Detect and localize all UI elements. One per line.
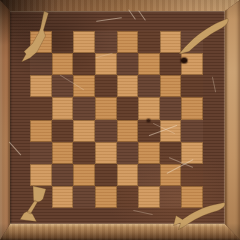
square-f4[interactable] — [138, 120, 160, 142]
square-e6[interactable] — [117, 75, 139, 97]
square-a5[interactable] — [30, 97, 52, 119]
wood-grain — [0, 0, 240, 11]
square-f7[interactable] — [138, 53, 160, 75]
square-e2[interactable] — [117, 164, 139, 186]
square-a4[interactable] — [30, 120, 52, 142]
square-b7[interactable] — [52, 53, 74, 75]
square-h5[interactable] — [181, 97, 203, 119]
square-b2[interactable] — [52, 164, 74, 186]
square-f1[interactable] — [138, 186, 160, 208]
square-g1[interactable] — [160, 186, 182, 208]
square-e4[interactable] — [117, 120, 139, 142]
square-a2[interactable] — [30, 164, 52, 186]
square-b1[interactable] — [52, 186, 74, 208]
square-g6[interactable] — [160, 75, 182, 97]
square-f3[interactable] — [138, 142, 160, 164]
knot-hole — [147, 119, 150, 122]
wood-grain — [0, 224, 240, 240]
square-a6[interactable] — [30, 75, 52, 97]
square-e3[interactable] — [117, 142, 139, 164]
square-f5[interactable] — [138, 97, 160, 119]
square-c2[interactable] — [73, 164, 95, 186]
checkerboard-grid — [30, 31, 203, 208]
square-c4[interactable] — [73, 120, 95, 142]
square-d1[interactable] — [95, 186, 117, 208]
frame-right — [225, 0, 240, 240]
square-b3[interactable] — [52, 142, 74, 164]
square-c8[interactable] — [73, 31, 95, 53]
knot-hole — [181, 58, 187, 63]
square-c1[interactable] — [73, 186, 95, 208]
board-photo — [0, 0, 240, 240]
square-e1[interactable] — [117, 186, 139, 208]
square-d8[interactable] — [95, 31, 117, 53]
square-c3[interactable] — [73, 142, 95, 164]
square-c5[interactable] — [73, 97, 95, 119]
square-e7[interactable] — [117, 53, 139, 75]
square-a1[interactable] — [30, 186, 52, 208]
square-h7[interactable] — [181, 53, 203, 75]
square-f6[interactable] — [138, 75, 160, 97]
square-h6[interactable] — [181, 75, 203, 97]
square-g8[interactable] — [160, 31, 182, 53]
square-f2[interactable] — [138, 164, 160, 186]
square-e5[interactable] — [117, 97, 139, 119]
square-d6[interactable] — [95, 75, 117, 97]
square-b8[interactable] — [52, 31, 74, 53]
frame-top — [0, 0, 240, 11]
frame-left — [0, 0, 10, 240]
square-b6[interactable] — [52, 75, 74, 97]
square-e8[interactable] — [117, 31, 139, 53]
square-c7[interactable] — [73, 53, 95, 75]
square-a7[interactable] — [30, 53, 52, 75]
square-d5[interactable] — [95, 97, 117, 119]
square-h8[interactable] — [181, 31, 203, 53]
square-g5[interactable] — [160, 97, 182, 119]
square-d3[interactable] — [95, 142, 117, 164]
square-a3[interactable] — [30, 142, 52, 164]
square-a8[interactable] — [30, 31, 52, 53]
square-h1[interactable] — [181, 186, 203, 208]
square-d2[interactable] — [95, 164, 117, 186]
square-d4[interactable] — [95, 120, 117, 142]
square-h4[interactable] — [181, 120, 203, 142]
frame-bottom — [0, 224, 240, 240]
square-b4[interactable] — [52, 120, 74, 142]
square-b5[interactable] — [52, 97, 74, 119]
square-f8[interactable] — [138, 31, 160, 53]
square-g7[interactable] — [160, 53, 182, 75]
